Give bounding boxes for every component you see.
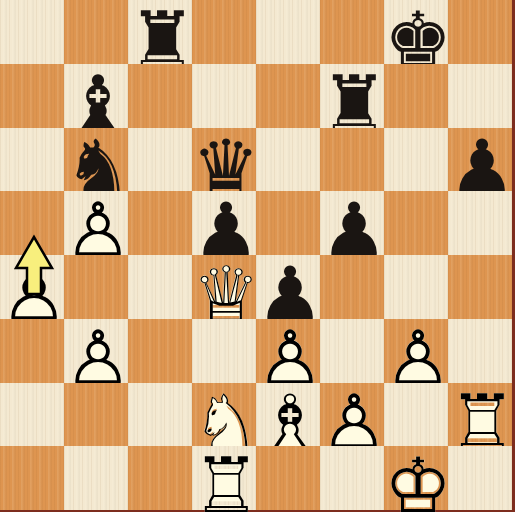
square-d6[interactable]: ♛ bbox=[192, 128, 256, 192]
square-g5[interactable] bbox=[384, 191, 448, 255]
square-c7[interactable] bbox=[128, 64, 192, 128]
square-e1[interactable] bbox=[256, 446, 320, 510]
square-a6[interactable] bbox=[0, 128, 64, 192]
square-e6[interactable] bbox=[256, 128, 320, 192]
piece-outline: ♔ bbox=[384, 448, 452, 512]
square-d8[interactable] bbox=[192, 0, 256, 64]
white-pawn[interactable]: ♟♙ bbox=[256, 319, 320, 383]
square-c3[interactable] bbox=[128, 319, 192, 383]
square-h6[interactable]: ♟ bbox=[448, 128, 512, 192]
square-c1[interactable] bbox=[128, 446, 192, 510]
square-h4[interactable] bbox=[448, 255, 512, 319]
white-queen[interactable]: ♛♕ bbox=[192, 255, 256, 319]
square-h2[interactable]: ♜♖ bbox=[448, 383, 512, 447]
black-rook[interactable]: ♜ bbox=[128, 0, 192, 64]
chess-board: ♜♚♝♜♞♛♟♟♙♟♟♟♙♛♕♟♟♙♟♙♟♙♞♘♝♗♟♙♜♖♜♖♚♔ bbox=[0, 0, 512, 510]
white-king[interactable]: ♚♔ bbox=[384, 446, 448, 510]
square-b8[interactable] bbox=[64, 0, 128, 64]
square-g4[interactable] bbox=[384, 255, 448, 319]
white-bishop[interactable]: ♝♗ bbox=[256, 383, 320, 447]
square-c5[interactable] bbox=[128, 191, 192, 255]
square-h5[interactable] bbox=[448, 191, 512, 255]
square-e8[interactable] bbox=[256, 0, 320, 64]
black-queen[interactable]: ♛ bbox=[192, 128, 256, 192]
white-rook[interactable]: ♜♖ bbox=[448, 383, 512, 447]
square-a5[interactable] bbox=[0, 191, 64, 255]
chessboard-frame: ♜♚♝♜♞♛♟♟♙♟♟♟♙♛♕♟♟♙♟♙♟♙♞♘♝♗♟♙♜♖♜♖♚♔ bbox=[0, 0, 515, 512]
square-g1[interactable]: ♚♔ bbox=[384, 446, 448, 510]
white-pawn[interactable]: ♟♙ bbox=[64, 319, 128, 383]
square-h1[interactable] bbox=[448, 446, 512, 510]
white-rook[interactable]: ♜♖ bbox=[192, 446, 256, 510]
square-b2[interactable] bbox=[64, 383, 128, 447]
piece-outline: ♖ bbox=[192, 448, 260, 512]
black-bishop[interactable]: ♝ bbox=[64, 64, 128, 128]
white-pawn[interactable]: ♟♙ bbox=[0, 255, 64, 319]
square-d3[interactable] bbox=[192, 319, 256, 383]
square-f6[interactable] bbox=[320, 128, 384, 192]
square-a2[interactable] bbox=[0, 383, 64, 447]
square-a7[interactable] bbox=[0, 64, 64, 128]
square-c4[interactable] bbox=[128, 255, 192, 319]
white-pawn[interactable]: ♟♙ bbox=[320, 383, 384, 447]
black-pawn[interactable]: ♟ bbox=[192, 191, 256, 255]
square-h7[interactable] bbox=[448, 64, 512, 128]
square-f5[interactable]: ♟ bbox=[320, 191, 384, 255]
square-e7[interactable] bbox=[256, 64, 320, 128]
square-g8[interactable]: ♚ bbox=[384, 0, 448, 64]
square-g3[interactable]: ♟♙ bbox=[384, 319, 448, 383]
square-h8[interactable] bbox=[448, 0, 512, 64]
square-h3[interactable] bbox=[448, 319, 512, 383]
square-b5[interactable]: ♟♙ bbox=[64, 191, 128, 255]
square-g7[interactable] bbox=[384, 64, 448, 128]
white-pawn[interactable]: ♟♙ bbox=[64, 191, 128, 255]
black-knight[interactable]: ♞ bbox=[64, 128, 128, 192]
square-e5[interactable] bbox=[256, 191, 320, 255]
square-c6[interactable] bbox=[128, 128, 192, 192]
black-pawn[interactable]: ♟ bbox=[448, 128, 512, 192]
square-g6[interactable] bbox=[384, 128, 448, 192]
square-f2[interactable]: ♟♙ bbox=[320, 383, 384, 447]
square-f3[interactable] bbox=[320, 319, 384, 383]
square-g2[interactable] bbox=[384, 383, 448, 447]
square-a1[interactable] bbox=[0, 446, 64, 510]
square-e4[interactable]: ♟ bbox=[256, 255, 320, 319]
black-pawn[interactable]: ♟ bbox=[256, 255, 320, 319]
square-f4[interactable] bbox=[320, 255, 384, 319]
white-knight[interactable]: ♞♘ bbox=[192, 383, 256, 447]
black-king[interactable]: ♚ bbox=[384, 0, 448, 64]
square-d1[interactable]: ♜♖ bbox=[192, 446, 256, 510]
square-f7[interactable]: ♜ bbox=[320, 64, 384, 128]
square-a4[interactable]: ♟♙ bbox=[0, 255, 64, 319]
square-f1[interactable] bbox=[320, 446, 384, 510]
white-pawn[interactable]: ♟♙ bbox=[384, 319, 448, 383]
square-d5[interactable]: ♟ bbox=[192, 191, 256, 255]
square-e2[interactable]: ♝♗ bbox=[256, 383, 320, 447]
square-a8[interactable] bbox=[0, 0, 64, 64]
square-c8[interactable]: ♜ bbox=[128, 0, 192, 64]
black-rook[interactable]: ♜ bbox=[320, 64, 384, 128]
square-b3[interactable]: ♟♙ bbox=[64, 319, 128, 383]
square-e3[interactable]: ♟♙ bbox=[256, 319, 320, 383]
square-b7[interactable]: ♝ bbox=[64, 64, 128, 128]
black-pawn[interactable]: ♟ bbox=[320, 191, 384, 255]
square-b6[interactable]: ♞ bbox=[64, 128, 128, 192]
square-d2[interactable]: ♞♘ bbox=[192, 383, 256, 447]
square-f8[interactable] bbox=[320, 0, 384, 64]
square-b1[interactable] bbox=[64, 446, 128, 510]
square-d7[interactable] bbox=[192, 64, 256, 128]
square-b4[interactable] bbox=[64, 255, 128, 319]
square-a3[interactable] bbox=[0, 319, 64, 383]
square-c2[interactable] bbox=[128, 383, 192, 447]
square-d4[interactable]: ♛♕ bbox=[192, 255, 256, 319]
